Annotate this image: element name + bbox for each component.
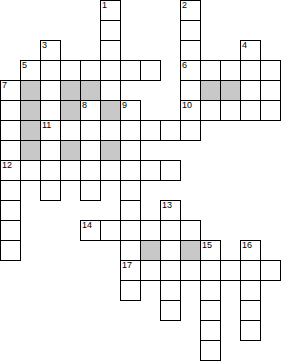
clue-number-6: 6: [182, 61, 187, 70]
cell-r13c10[interactable]: [200, 260, 221, 281]
cell-r14c6[interactable]: [120, 280, 141, 301]
cell-r15c8[interactable]: [160, 300, 181, 321]
crossword-grid: 1234567891011121314151617: [0, 0, 281, 361]
shaded-cell-r5c5[interactable]: [100, 100, 121, 121]
shaded-cell-r7c1[interactable]: [20, 140, 41, 161]
cell-r16c12[interactable]: [240, 320, 261, 341]
shaded-cell-r4c10[interactable]: [200, 80, 221, 101]
cell-r14c12[interactable]: [240, 280, 261, 301]
shaded-cell-r12c9[interactable]: [180, 240, 201, 261]
cell-r8c1[interactable]: [20, 160, 41, 181]
cell-r3c12[interactable]: [240, 60, 261, 81]
cell-r6c6[interactable]: [120, 120, 141, 141]
cell-r13c12[interactable]: [240, 260, 261, 281]
cell-r9c0[interactable]: [0, 180, 21, 201]
shaded-cell-r4c3[interactable]: [60, 80, 81, 101]
cell-r12c0[interactable]: [0, 240, 21, 261]
cell-r10c0[interactable]: [0, 200, 21, 221]
clue-number-14: 14: [82, 221, 92, 230]
cell-r6c4[interactable]: [80, 120, 101, 141]
cell-r3c7[interactable]: [140, 60, 161, 81]
cell-r13c13[interactable]: [260, 260, 281, 281]
cell-r8c7[interactable]: [140, 160, 161, 181]
cell-r8c6[interactable]: [120, 160, 141, 181]
cell-r5c11[interactable]: [220, 100, 241, 121]
cell-r1c5[interactable]: [100, 20, 121, 41]
cell-r7c4[interactable]: [80, 140, 101, 161]
cell-r6c3[interactable]: [60, 120, 81, 141]
cell-r3c13[interactable]: [260, 60, 281, 81]
shaded-cell-r5c1[interactable]: [20, 100, 41, 121]
clue-number-2: 2: [182, 1, 187, 10]
clue-number-11: 11: [42, 121, 51, 130]
cell-r11c9[interactable]: [180, 220, 201, 241]
cell-r4c9[interactable]: [180, 80, 201, 101]
cell-r3c10[interactable]: [200, 60, 221, 81]
cell-r7c6[interactable]: [120, 140, 141, 161]
clue-number-12: 12: [2, 161, 12, 170]
cell-r1c9[interactable]: [180, 20, 201, 41]
clue-number-16: 16: [242, 241, 252, 250]
clue-number-4: 4: [242, 41, 247, 50]
cell-r15c12[interactable]: [240, 300, 261, 321]
cell-r8c4[interactable]: [80, 160, 101, 181]
cell-r8c8[interactable]: [160, 160, 181, 181]
clue-number-3: 3: [42, 41, 47, 50]
cell-r14c8[interactable]: [160, 280, 181, 301]
shaded-cell-r4c4[interactable]: [80, 80, 101, 101]
cell-r16c10[interactable]: [200, 320, 221, 341]
clue-number-17: 17: [122, 261, 132, 270]
cell-r3c6[interactable]: [120, 60, 141, 81]
cell-r5c13[interactable]: [260, 100, 281, 121]
cell-r17c10[interactable]: [200, 340, 221, 361]
shaded-cell-r7c5[interactable]: [100, 140, 121, 161]
cell-r4c2[interactable]: [40, 80, 61, 101]
cell-r10c6[interactable]: [120, 200, 141, 221]
cell-r2c9[interactable]: [180, 40, 201, 61]
cell-r6c5[interactable]: [100, 120, 121, 141]
cell-r13c7[interactable]: [140, 260, 161, 281]
cell-r3c3[interactable]: [60, 60, 81, 81]
clue-number-9: 9: [122, 101, 127, 110]
cell-r13c11[interactable]: [220, 260, 241, 281]
clue-number-13: 13: [162, 201, 172, 210]
cell-r2c5[interactable]: [100, 40, 121, 61]
shaded-cell-r4c1[interactable]: [20, 80, 41, 101]
clue-number-7: 7: [2, 81, 7, 90]
cell-r9c6[interactable]: [120, 180, 141, 201]
cell-r12c8[interactable]: [160, 240, 181, 261]
cell-r11c7[interactable]: [140, 220, 161, 241]
clue-number-15: 15: [202, 241, 212, 250]
cell-r7c2[interactable]: [40, 140, 61, 161]
cell-r3c5[interactable]: [100, 60, 121, 81]
cell-r8c3[interactable]: [60, 160, 81, 181]
cell-r9c4[interactable]: [80, 180, 101, 201]
clue-number-5: 5: [22, 61, 27, 70]
cell-r3c11[interactable]: [220, 60, 241, 81]
shaded-cell-r4c11[interactable]: [220, 80, 241, 101]
cell-r11c8[interactable]: [160, 220, 181, 241]
cell-r13c9[interactable]: [180, 260, 201, 281]
cell-r5c2[interactable]: [40, 100, 61, 121]
clue-number-1: 1: [102, 1, 107, 10]
cell-r4c5[interactable]: [100, 80, 121, 101]
cell-r9c2[interactable]: [40, 180, 61, 201]
cell-r14c10[interactable]: [200, 280, 221, 301]
cell-r11c6[interactable]: [120, 220, 141, 241]
cell-r6c8[interactable]: [160, 120, 181, 141]
cell-r3c2[interactable]: [40, 60, 61, 81]
cell-r11c0[interactable]: [0, 220, 21, 241]
cell-r6c0[interactable]: [0, 120, 21, 141]
clue-number-10: 10: [182, 101, 192, 110]
cell-r6c9[interactable]: [180, 120, 201, 141]
cell-r7c0[interactable]: [0, 140, 21, 161]
cell-r8c2[interactable]: [40, 160, 61, 181]
cell-r3c4[interactable]: [80, 60, 101, 81]
shaded-cell-r12c7[interactable]: [140, 240, 161, 261]
cell-r5c12[interactable]: [240, 100, 261, 121]
shaded-cell-r6c1[interactable]: [20, 120, 41, 141]
cell-r15c10[interactable]: [200, 300, 221, 321]
cell-r5c0[interactable]: [0, 100, 21, 121]
cell-r11c5[interactable]: [100, 220, 121, 241]
cell-r6c7[interactable]: [140, 120, 161, 141]
cell-r13c8[interactable]: [160, 260, 181, 281]
cell-r4c12[interactable]: [240, 80, 261, 101]
cell-r4c13[interactable]: [260, 80, 281, 101]
cell-r12c6[interactable]: [120, 240, 141, 261]
shaded-cell-r7c3[interactable]: [60, 140, 81, 161]
shaded-cell-r5c3[interactable]: [60, 100, 81, 121]
cell-r8c5[interactable]: [100, 160, 121, 181]
clue-number-8: 8: [82, 101, 87, 110]
cell-r5c10[interactable]: [200, 100, 221, 121]
